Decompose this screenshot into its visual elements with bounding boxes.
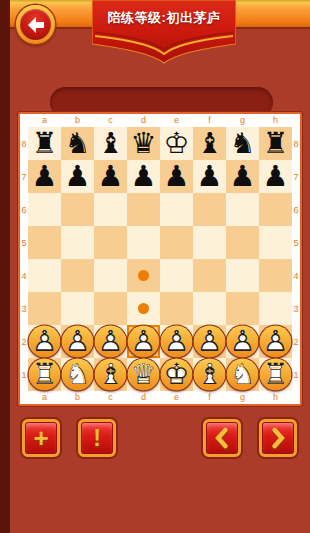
rank-label-7: 7 bbox=[20, 160, 28, 193]
square-g3[interactable] bbox=[226, 292, 259, 325]
square-c1[interactable]: ♝♗ bbox=[94, 358, 127, 391]
piece-white-rook[interactable]: ♖ bbox=[28, 358, 61, 391]
square-c2[interactable]: ♟♙ bbox=[94, 325, 127, 358]
square-d6[interactable] bbox=[127, 193, 160, 226]
rank-label-4: 4 bbox=[20, 259, 28, 292]
square-b4[interactable] bbox=[61, 259, 94, 292]
piece-black-bishop[interactable]: ♝ bbox=[94, 127, 127, 160]
file-labels-bottom: abcdefgh bbox=[28, 391, 292, 404]
chess-board: abcdefgh abcdefgh 87654321 87654321 ♜♞♝♛… bbox=[18, 112, 302, 406]
square-f1[interactable]: ♝♗ bbox=[193, 358, 226, 391]
back-button[interactable] bbox=[16, 5, 55, 44]
piece-black-pawn[interactable]: ♟ bbox=[61, 160, 94, 193]
piece-white-bishop[interactable]: ♗ bbox=[94, 358, 127, 391]
rank-label-2: 2 bbox=[292, 325, 300, 358]
square-d4[interactable] bbox=[127, 259, 160, 292]
square-h2[interactable]: ♟♙ bbox=[259, 325, 292, 358]
rank-label-5: 5 bbox=[292, 226, 300, 259]
rank-labels-left: 87654321 bbox=[20, 127, 28, 391]
move-hint-dot[interactable] bbox=[138, 270, 149, 281]
square-h8[interactable]: ♜ bbox=[259, 127, 292, 160]
square-c7[interactable]: ♟ bbox=[94, 160, 127, 193]
square-h4[interactable] bbox=[259, 259, 292, 292]
app-screen: 陪练等级:初出茅庐 abcdefgh abcdefgh 87654321 876… bbox=[10, 0, 310, 533]
square-h7[interactable]: ♟ bbox=[259, 160, 292, 193]
board-grid: ♜♞♝♛♔♝♞♜♟♟♟♟♟♟♟♟♟♙♟♙♟♙♟♙♟♙♟♙♟♙♟♙♜♖♞♘♝♗♛♕… bbox=[28, 127, 292, 391]
square-a5[interactable] bbox=[28, 226, 61, 259]
move-hint-dot[interactable] bbox=[138, 303, 149, 314]
piece-white-king[interactable]: ♔ bbox=[160, 358, 193, 391]
square-d7[interactable]: ♟ bbox=[127, 160, 160, 193]
square-b6[interactable] bbox=[61, 193, 94, 226]
piece-white-knight[interactable]: ♘ bbox=[61, 358, 94, 391]
square-b2[interactable]: ♟♙ bbox=[61, 325, 94, 358]
file-label-a: a bbox=[28, 391, 61, 404]
file-label-g: g bbox=[226, 391, 259, 404]
left-chevron-icon bbox=[206, 422, 238, 454]
right-chevron-icon bbox=[262, 422, 294, 454]
square-e1[interactable]: ♚♔ bbox=[160, 358, 193, 391]
square-b3[interactable] bbox=[61, 292, 94, 325]
piece-white-queen[interactable]: ♕ bbox=[127, 358, 160, 391]
square-f5[interactable] bbox=[193, 226, 226, 259]
rank-label-2: 2 bbox=[20, 325, 28, 358]
square-f6[interactable] bbox=[193, 193, 226, 226]
rank-label-5: 5 bbox=[20, 226, 28, 259]
rank-labels-right: 87654321 bbox=[292, 127, 300, 391]
square-b8[interactable]: ♞ bbox=[61, 127, 94, 160]
piece-black-rook[interactable]: ♜ bbox=[28, 127, 61, 160]
square-f7[interactable]: ♟ bbox=[193, 160, 226, 193]
piece-black-rook[interactable]: ♜ bbox=[259, 127, 292, 160]
square-a1[interactable]: ♜♖ bbox=[28, 358, 61, 391]
plus-icon: + bbox=[33, 423, 48, 453]
square-c3[interactable] bbox=[94, 292, 127, 325]
piece-white-pawn[interactable]: ♙ bbox=[28, 325, 61, 358]
rank-label-3: 3 bbox=[20, 292, 28, 325]
square-h5[interactable] bbox=[259, 226, 292, 259]
piece-black-bishop[interactable]: ♝ bbox=[193, 127, 226, 160]
square-f8[interactable]: ♝ bbox=[193, 127, 226, 160]
square-c8[interactable]: ♝ bbox=[94, 127, 127, 160]
square-a6[interactable] bbox=[28, 193, 61, 226]
square-g8[interactable]: ♞ bbox=[226, 127, 259, 160]
square-g5[interactable] bbox=[226, 226, 259, 259]
square-a2[interactable]: ♟♙ bbox=[28, 325, 61, 358]
piece-black-king[interactable]: ♔ bbox=[160, 127, 193, 160]
piece-black-pawn[interactable]: ♟ bbox=[193, 160, 226, 193]
square-d3[interactable] bbox=[127, 292, 160, 325]
square-c5[interactable] bbox=[94, 226, 127, 259]
piece-white-rook[interactable]: ♖ bbox=[259, 358, 292, 391]
rank-label-8: 8 bbox=[292, 127, 300, 160]
rank-label-3: 3 bbox=[292, 292, 300, 325]
square-a3[interactable] bbox=[28, 292, 61, 325]
square-g7[interactable]: ♟ bbox=[226, 160, 259, 193]
piece-white-knight[interactable]: ♘ bbox=[226, 358, 259, 391]
add-button[interactable]: + bbox=[22, 419, 60, 457]
square-h1[interactable]: ♜♖ bbox=[259, 358, 292, 391]
square-f2[interactable]: ♟♙ bbox=[193, 325, 226, 358]
square-g1[interactable]: ♞♘ bbox=[226, 358, 259, 391]
piece-black-queen[interactable]: ♛ bbox=[127, 127, 160, 160]
undo-button[interactable] bbox=[203, 419, 241, 457]
rank-label-1: 1 bbox=[292, 358, 300, 391]
rank-label-7: 7 bbox=[292, 160, 300, 193]
square-d2[interactable]: ♟♙ bbox=[127, 325, 160, 358]
piece-white-pawn[interactable]: ♙ bbox=[127, 325, 160, 358]
square-a4[interactable] bbox=[28, 259, 61, 292]
square-e5[interactable] bbox=[160, 226, 193, 259]
page-title: 陪练等级:初出茅庐 bbox=[92, 9, 236, 27]
rank-label-6: 6 bbox=[292, 193, 300, 226]
square-h3[interactable] bbox=[259, 292, 292, 325]
rank-label-4: 4 bbox=[292, 259, 300, 292]
piece-white-pawn[interactable]: ♙ bbox=[193, 325, 226, 358]
square-g2[interactable]: ♟♙ bbox=[226, 325, 259, 358]
square-d8[interactable]: ♛ bbox=[127, 127, 160, 160]
square-d1[interactable]: ♛♕ bbox=[127, 358, 160, 391]
hint-button[interactable]: ! bbox=[78, 419, 116, 457]
file-label-f: f bbox=[193, 391, 226, 404]
piece-black-pawn[interactable]: ♟ bbox=[94, 160, 127, 193]
redo-button[interactable] bbox=[259, 419, 297, 457]
square-e7[interactable]: ♟ bbox=[160, 160, 193, 193]
square-c4[interactable] bbox=[94, 259, 127, 292]
rank-label-1: 1 bbox=[20, 358, 28, 391]
square-e4[interactable] bbox=[160, 259, 193, 292]
square-d5[interactable] bbox=[127, 226, 160, 259]
square-c6[interactable] bbox=[94, 193, 127, 226]
rank-label-6: 6 bbox=[20, 193, 28, 226]
square-e6[interactable] bbox=[160, 193, 193, 226]
piece-black-pawn[interactable]: ♟ bbox=[160, 160, 193, 193]
piece-white-pawn[interactable]: ♙ bbox=[61, 325, 94, 358]
square-a8[interactable]: ♜ bbox=[28, 127, 61, 160]
piece-black-pawn[interactable]: ♟ bbox=[226, 160, 259, 193]
square-e2[interactable]: ♟♙ bbox=[160, 325, 193, 358]
square-f3[interactable] bbox=[193, 292, 226, 325]
piece-black-knight[interactable]: ♞ bbox=[226, 127, 259, 160]
piece-white-pawn[interactable]: ♙ bbox=[226, 325, 259, 358]
square-b5[interactable] bbox=[61, 226, 94, 259]
file-label-e: e bbox=[160, 391, 193, 404]
back-button-face bbox=[20, 9, 51, 40]
square-a7[interactable]: ♟ bbox=[28, 160, 61, 193]
square-g4[interactable] bbox=[226, 259, 259, 292]
piece-white-bishop[interactable]: ♗ bbox=[193, 358, 226, 391]
piece-white-pawn[interactable]: ♙ bbox=[160, 325, 193, 358]
square-b7[interactable]: ♟ bbox=[61, 160, 94, 193]
square-e3[interactable] bbox=[160, 292, 193, 325]
square-e8[interactable]: ♔ bbox=[160, 127, 193, 160]
piece-black-pawn[interactable]: ♟ bbox=[259, 160, 292, 193]
piece-white-pawn[interactable]: ♙ bbox=[259, 325, 292, 358]
back-arrow-icon bbox=[26, 17, 46, 33]
file-label-b: b bbox=[61, 391, 94, 404]
file-label-c: c bbox=[94, 391, 127, 404]
square-b1[interactable]: ♞♘ bbox=[61, 358, 94, 391]
file-label-h: h bbox=[259, 391, 292, 404]
piece-black-pawn[interactable]: ♟ bbox=[28, 160, 61, 193]
piece-white-pawn[interactable]: ♙ bbox=[94, 325, 127, 358]
piece-black-pawn[interactable]: ♟ bbox=[127, 160, 160, 193]
title-banner: 陪练等级:初出茅庐 bbox=[92, 0, 236, 64]
square-f4[interactable] bbox=[193, 259, 226, 292]
square-h6[interactable] bbox=[259, 193, 292, 226]
square-g6[interactable] bbox=[226, 193, 259, 226]
file-label-d: d bbox=[127, 391, 160, 404]
piece-black-knight[interactable]: ♞ bbox=[61, 127, 94, 160]
exclamation-icon: ! bbox=[93, 423, 101, 453]
rank-label-8: 8 bbox=[20, 127, 28, 160]
